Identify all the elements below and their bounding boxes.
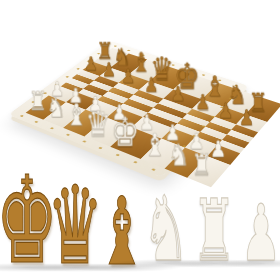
piece-white-king: ♚: [111, 113, 140, 153]
product-photo: ♜♞♝♛♚♝♞♜♟♟♟♟♟♟♟♟♟♟♟♟♟♟♟♟♜♞♝♛♚♝♞♜ ♚♛♝♞♜♟: [0, 0, 280, 280]
piece-brown-pawn: ♟: [144, 75, 158, 95]
piece-white-bishop: ♝: [66, 100, 87, 130]
piece-brown-pawn: ♟: [102, 60, 116, 79]
piece-white-queen: ♛: [86, 105, 112, 141]
piece-white-rook: ♜: [29, 88, 47, 114]
piece-white-bishop: ♝: [143, 130, 166, 161]
piece-white-knight: ♞: [47, 94, 66, 121]
white-pawn-glyph: ♟: [241, 203, 280, 264]
inlay-dot: [66, 133, 70, 136]
piece-brown-pawn: ♟: [218, 100, 233, 121]
piece-brown-pawn: ♟: [84, 54, 98, 73]
inlay-dot: [50, 127, 54, 130]
piece-brown-pawn: ♟: [239, 107, 254, 128]
inlay-dot: [76, 68, 80, 70]
inlay-dot: [116, 153, 121, 156]
piece-brown-pawn: ♟: [196, 92, 211, 113]
piece-brown-pawn: ♟: [170, 84, 184, 104]
piece-lineup: ♚♛♝♞♜♟: [0, 160, 280, 280]
board-grid: ♜♞♝♛♚♝♞♜♟♟♟♟♟♟♟♟♟♟♟♟♟♟♟♟♜♞♝♛♚♝♞♜: [26, 48, 234, 166]
figure-white-pawn: ♟: [226, 203, 280, 264]
piece-brown-pawn: ♟: [121, 67, 135, 86]
inlay-dot: [35, 120, 39, 123]
piece-white-pawn: ♟: [210, 138, 226, 160]
inlay-dot: [19, 114, 23, 116]
inlay-dot: [99, 146, 104, 149]
inlay-dot: [65, 75, 69, 77]
